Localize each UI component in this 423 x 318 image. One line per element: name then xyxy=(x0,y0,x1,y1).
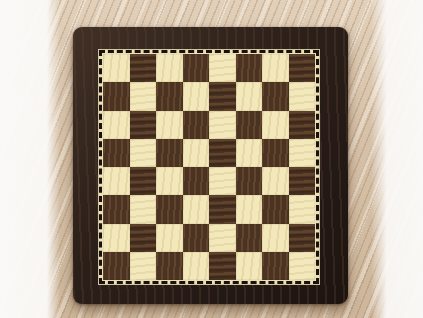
square-d6[interactable] xyxy=(183,111,210,139)
square-e2[interactable] xyxy=(209,224,236,252)
board-grid xyxy=(103,54,315,280)
square-f2[interactable] xyxy=(236,224,263,252)
square-a5[interactable] xyxy=(103,139,130,167)
square-b7[interactable] xyxy=(130,82,157,110)
square-a8[interactable] xyxy=(103,54,130,82)
square-h7[interactable] xyxy=(289,82,316,110)
square-e5[interactable] xyxy=(209,139,236,167)
square-f1[interactable] xyxy=(236,252,263,280)
overexposed-plank-left xyxy=(0,0,60,318)
square-e4[interactable] xyxy=(209,167,236,195)
square-a3[interactable] xyxy=(103,195,130,223)
square-b8[interactable] xyxy=(130,54,157,82)
square-h1[interactable] xyxy=(289,252,316,280)
square-a4[interactable] xyxy=(103,167,130,195)
square-f6[interactable] xyxy=(236,111,263,139)
table-surface xyxy=(0,0,423,318)
square-b5[interactable] xyxy=(130,139,157,167)
square-g1[interactable] xyxy=(262,252,289,280)
square-b1[interactable] xyxy=(130,252,157,280)
square-c8[interactable] xyxy=(156,54,183,82)
square-a6[interactable] xyxy=(103,111,130,139)
square-g2[interactable] xyxy=(262,224,289,252)
square-g7[interactable] xyxy=(262,82,289,110)
square-g6[interactable] xyxy=(262,111,289,139)
square-c5[interactable] xyxy=(156,139,183,167)
square-c7[interactable] xyxy=(156,82,183,110)
square-h4[interactable] xyxy=(289,167,316,195)
square-c1[interactable] xyxy=(156,252,183,280)
square-e7[interactable] xyxy=(209,82,236,110)
square-d3[interactable] xyxy=(183,195,210,223)
square-f7[interactable] xyxy=(236,82,263,110)
square-b3[interactable] xyxy=(130,195,157,223)
square-c4[interactable] xyxy=(156,167,183,195)
square-g3[interactable] xyxy=(262,195,289,223)
square-h5[interactable] xyxy=(289,139,316,167)
square-f8[interactable] xyxy=(236,54,263,82)
square-d2[interactable] xyxy=(183,224,210,252)
square-e3[interactable] xyxy=(209,195,236,223)
square-a2[interactable] xyxy=(103,224,130,252)
square-h8[interactable] xyxy=(289,54,316,82)
inlay-border xyxy=(99,50,319,284)
square-h3[interactable] xyxy=(289,195,316,223)
square-b2[interactable] xyxy=(130,224,157,252)
square-h2[interactable] xyxy=(289,224,316,252)
square-d8[interactable] xyxy=(183,54,210,82)
square-f3[interactable] xyxy=(236,195,263,223)
square-g5[interactable] xyxy=(262,139,289,167)
square-h6[interactable] xyxy=(289,111,316,139)
square-g4[interactable] xyxy=(262,167,289,195)
square-b6[interactable] xyxy=(130,111,157,139)
square-d7[interactable] xyxy=(183,82,210,110)
square-c3[interactable] xyxy=(156,195,183,223)
square-d5[interactable] xyxy=(183,139,210,167)
square-e1[interactable] xyxy=(209,252,236,280)
square-f5[interactable] xyxy=(236,139,263,167)
square-a1[interactable] xyxy=(103,252,130,280)
square-e8[interactable] xyxy=(209,54,236,82)
square-c6[interactable] xyxy=(156,111,183,139)
square-g8[interactable] xyxy=(262,54,289,82)
square-c2[interactable] xyxy=(156,224,183,252)
square-e6[interactable] xyxy=(209,111,236,139)
chessboard xyxy=(73,27,348,304)
square-d1[interactable] xyxy=(183,252,210,280)
square-b4[interactable] xyxy=(130,167,157,195)
square-a7[interactable] xyxy=(103,82,130,110)
square-f4[interactable] xyxy=(236,167,263,195)
square-d4[interactable] xyxy=(183,167,210,195)
overexposed-plank-right xyxy=(371,0,423,318)
